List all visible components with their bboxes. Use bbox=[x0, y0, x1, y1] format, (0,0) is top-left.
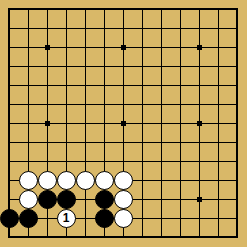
star-point bbox=[197, 45, 202, 50]
grid-line-vertical bbox=[236, 8, 238, 238]
grid-line-vertical bbox=[180, 8, 181, 238]
white-stone bbox=[114, 209, 133, 228]
grid-line-horizontal bbox=[8, 236, 238, 238]
star-point bbox=[121, 45, 126, 50]
black-stone bbox=[19, 209, 38, 228]
white-stone bbox=[95, 171, 114, 190]
black-stone bbox=[95, 209, 114, 228]
star-point bbox=[45, 45, 50, 50]
white-stone bbox=[76, 171, 95, 190]
black-stone bbox=[95, 190, 114, 209]
white-stone bbox=[57, 171, 76, 190]
grid-line-vertical bbox=[142, 8, 143, 238]
black-stone bbox=[57, 190, 76, 209]
grid-line-vertical bbox=[218, 8, 219, 238]
white-stone bbox=[19, 171, 38, 190]
white-stone bbox=[114, 190, 133, 209]
move-label-stone: 1 bbox=[57, 209, 76, 228]
star-point bbox=[121, 121, 126, 126]
black-stone bbox=[0, 209, 19, 228]
grid-line-horizontal bbox=[8, 161, 238, 162]
go-board-grid[interactable]: 1 bbox=[0, 0, 247, 247]
grid-line-vertical bbox=[161, 8, 162, 238]
go-diagram: 1 bbox=[0, 0, 247, 247]
star-point bbox=[45, 121, 50, 126]
white-stone bbox=[114, 171, 133, 190]
white-stone bbox=[38, 171, 57, 190]
star-point bbox=[197, 121, 202, 126]
grid-line-horizontal bbox=[8, 142, 238, 143]
white-stone bbox=[19, 190, 38, 209]
black-stone bbox=[38, 190, 57, 209]
star-point bbox=[197, 197, 202, 202]
